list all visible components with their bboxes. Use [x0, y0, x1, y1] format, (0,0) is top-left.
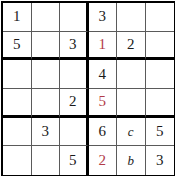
cell-r5c6[interactable]: 5: [146, 118, 175, 147]
cell-r5c2[interactable]: 3: [32, 118, 61, 147]
cell-r1c5[interactable]: [117, 3, 146, 32]
cell-r3c5[interactable]: [117, 60, 146, 89]
cell-r3c1[interactable]: [3, 60, 32, 89]
cell-r1c2[interactable]: [32, 3, 61, 32]
cell-r5c4[interactable]: 6: [89, 118, 118, 147]
cell-r4c5[interactable]: [117, 89, 146, 118]
cell-r6c3[interactable]: 5: [60, 146, 89, 175]
cell-r6c2[interactable]: [32, 146, 61, 175]
cell-r2c1[interactable]: 5: [3, 32, 32, 61]
cell-r3c3[interactable]: [60, 60, 89, 89]
cell-r4c2[interactable]: [32, 89, 61, 118]
cell-r2c4[interactable]: 1: [89, 32, 118, 61]
cell-r4c6[interactable]: [146, 89, 175, 118]
cell-r4c3[interactable]: 2: [60, 89, 89, 118]
cell-r4c4[interactable]: 5: [89, 89, 118, 118]
cell-r4c1[interactable]: [3, 89, 32, 118]
cell-r6c6[interactable]: 3: [146, 146, 175, 175]
cell-r5c3[interactable]: [60, 118, 89, 147]
cell-r1c1[interactable]: 1: [3, 3, 32, 32]
sudoku-board: 13531242536c552b3: [1, 1, 175, 176]
cell-r6c4[interactable]: 2: [89, 146, 118, 175]
cell-r2c5[interactable]: 2: [117, 32, 146, 61]
cell-r6c5[interactable]: b: [117, 146, 146, 175]
cell-r2c2[interactable]: [32, 32, 61, 61]
cell-r3c2[interactable]: [32, 60, 61, 89]
cell-r3c6[interactable]: [146, 60, 175, 89]
cell-r2c3[interactable]: 3: [60, 32, 89, 61]
cell-r1c6[interactable]: [146, 3, 175, 32]
cell-r2c6[interactable]: [146, 32, 175, 61]
cell-r5c5[interactable]: c: [117, 118, 146, 147]
cell-r6c1[interactable]: [3, 146, 32, 175]
cell-r1c3[interactable]: [60, 3, 89, 32]
cell-r3c4[interactable]: 4: [89, 60, 118, 89]
cell-r1c4[interactable]: 3: [89, 3, 118, 32]
cell-r5c1[interactable]: [3, 118, 32, 147]
